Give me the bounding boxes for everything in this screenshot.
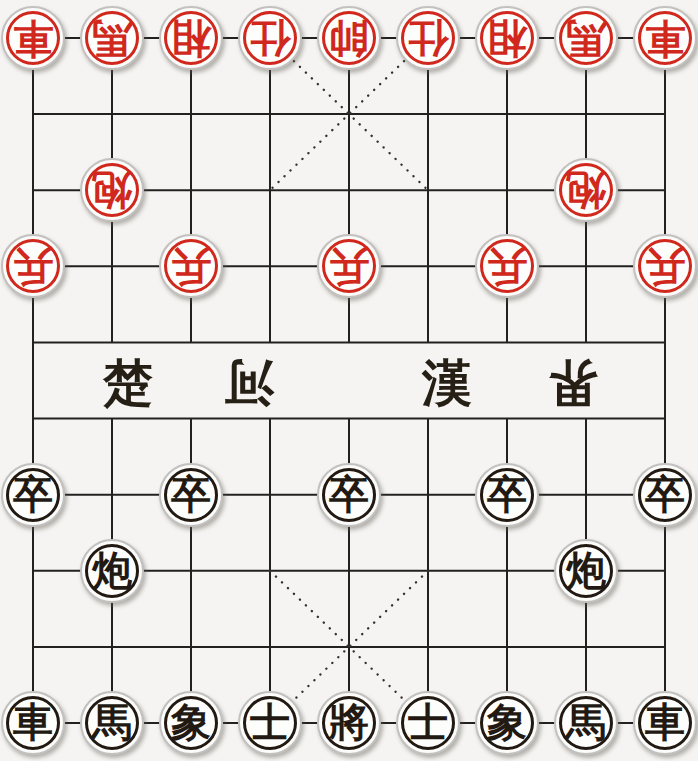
piece-red-soldier-1[interactable]: 兵 [1, 234, 65, 298]
piece-red-horse-left[interactable]: 馬 [80, 6, 144, 70]
piece-glyph: 卒 [487, 475, 527, 515]
piece-glyph: 炮 [566, 170, 606, 210]
piece-black-general[interactable]: 將 [317, 691, 381, 755]
piece-glyph: 馬 [566, 18, 606, 58]
piece-glyph: 炮 [566, 551, 606, 591]
piece-glyph: 兵 [171, 246, 211, 286]
piece-glyph: 車 [645, 18, 685, 58]
piece-glyph: 車 [13, 18, 53, 58]
piece-red-cannon-right[interactable]: 炮 [554, 158, 618, 222]
piece-black-soldier-3[interactable]: 卒 [317, 463, 381, 527]
piece-glyph: 炮 [92, 551, 132, 591]
piece-red-advisor-left[interactable]: 仕 [238, 6, 302, 70]
piece-glyph: 馬 [566, 703, 606, 743]
piece-glyph: 兵 [645, 246, 685, 286]
piece-black-horse-right[interactable]: 馬 [554, 691, 618, 755]
piece-glyph: 卒 [171, 475, 211, 515]
piece-black-advisor-left[interactable]: 士 [238, 691, 302, 755]
piece-black-elephant-left[interactable]: 象 [159, 691, 223, 755]
piece-glyph: 兵 [13, 246, 53, 286]
piece-red-general[interactable]: 帥 [317, 6, 381, 70]
piece-black-cannon-left[interactable]: 炮 [80, 539, 144, 603]
piece-glyph: 卒 [13, 475, 53, 515]
piece-glyph: 馬 [92, 703, 132, 743]
piece-glyph: 相 [171, 18, 211, 58]
piece-glyph: 象 [171, 703, 211, 743]
piece-black-chariot-right[interactable]: 車 [633, 691, 697, 755]
piece-glyph: 炮 [92, 170, 132, 210]
piece-black-chariot-left[interactable]: 車 [1, 691, 65, 755]
piece-red-cannon-left[interactable]: 炮 [80, 158, 144, 222]
piece-black-horse-left[interactable]: 馬 [80, 691, 144, 755]
piece-glyph: 象 [487, 703, 527, 743]
xiangqi-board: 楚 河 漢 界 車馬相仕帥仕相馬車炮炮兵兵兵兵兵卒卒卒卒卒炮炮車馬象士將士象馬車 [0, 0, 698, 761]
piece-black-soldier-4[interactable]: 卒 [475, 463, 539, 527]
piece-glyph: 卒 [329, 475, 369, 515]
river-char-jie: 界 [548, 358, 598, 408]
piece-red-elephant-right[interactable]: 相 [475, 6, 539, 70]
piece-glyph: 車 [645, 703, 685, 743]
river-char-han: 漢 [422, 358, 472, 408]
piece-red-elephant-left[interactable]: 相 [159, 6, 223, 70]
piece-glyph: 仕 [250, 18, 290, 58]
piece-red-soldier-3[interactable]: 兵 [317, 234, 381, 298]
piece-black-soldier-1[interactable]: 卒 [1, 463, 65, 527]
piece-black-elephant-right[interactable]: 象 [475, 691, 539, 755]
piece-glyph: 將 [329, 703, 369, 743]
piece-red-soldier-4[interactable]: 兵 [475, 234, 539, 298]
piece-red-chariot-left[interactable]: 車 [1, 6, 65, 70]
piece-red-soldier-5[interactable]: 兵 [633, 234, 697, 298]
piece-black-cannon-right[interactable]: 炮 [554, 539, 618, 603]
piece-black-advisor-right[interactable]: 士 [396, 691, 460, 755]
piece-glyph: 兵 [487, 246, 527, 286]
piece-glyph: 仕 [408, 18, 448, 58]
piece-glyph: 馬 [92, 18, 132, 58]
piece-black-soldier-2[interactable]: 卒 [159, 463, 223, 527]
piece-glyph: 士 [250, 703, 290, 743]
piece-red-chariot-right[interactable]: 車 [633, 6, 697, 70]
river-char-chu: 楚 [103, 358, 153, 408]
piece-red-soldier-2[interactable]: 兵 [159, 234, 223, 298]
piece-red-horse-right[interactable]: 馬 [554, 6, 618, 70]
piece-glyph: 士 [408, 703, 448, 743]
piece-glyph: 兵 [329, 246, 369, 286]
piece-glyph: 卒 [645, 475, 685, 515]
piece-black-soldier-5[interactable]: 卒 [633, 463, 697, 527]
piece-glyph: 相 [487, 18, 527, 58]
river-char-he: 河 [224, 358, 274, 408]
piece-glyph: 帥 [329, 18, 369, 58]
piece-red-advisor-right[interactable]: 仕 [396, 6, 460, 70]
piece-glyph: 車 [13, 703, 53, 743]
